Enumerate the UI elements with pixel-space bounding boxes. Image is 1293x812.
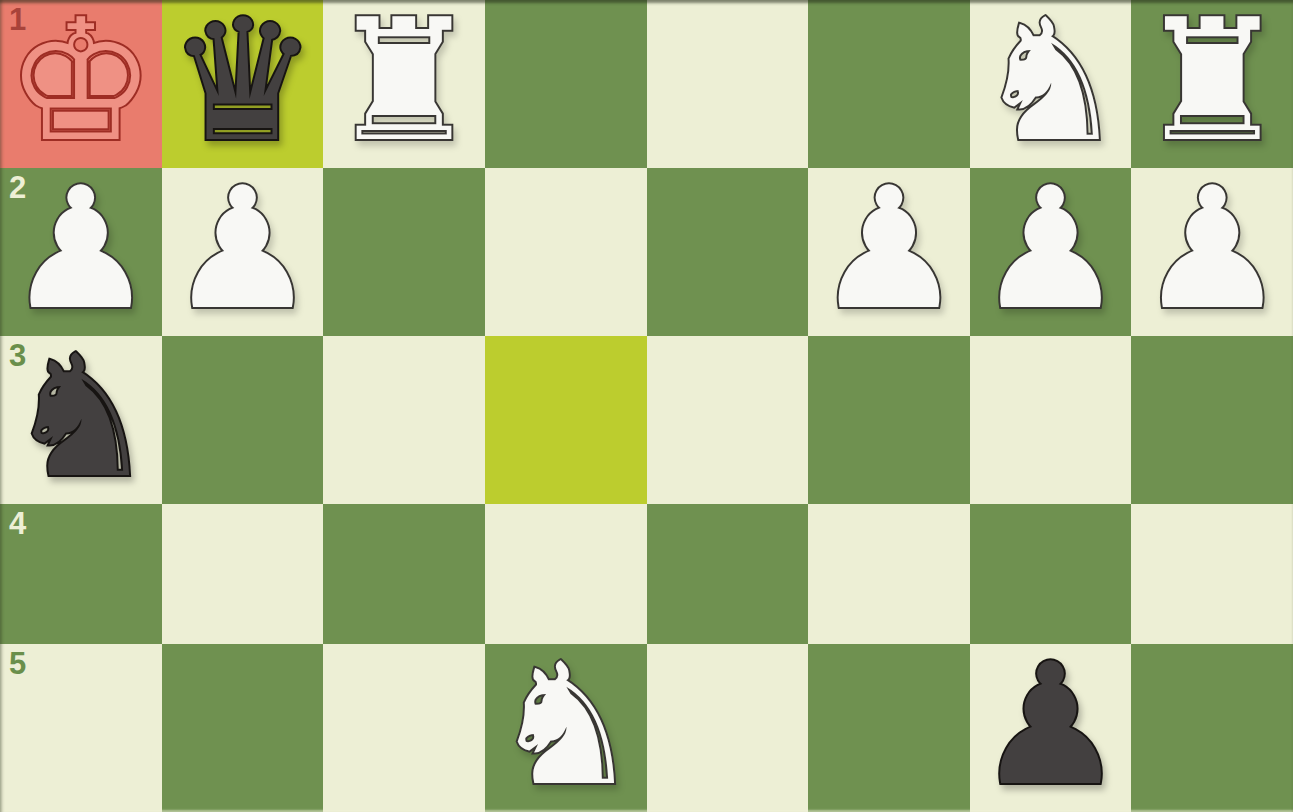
rank-label-5: 5 — [9, 648, 26, 679]
square-c3[interactable] — [808, 336, 970, 504]
white-rook-f1[interactable]: ♜ — [329, 0, 480, 165]
square-h1[interactable]: 1♚ — [0, 0, 162, 168]
white-king-h1[interactable]: ♚ — [6, 0, 157, 165]
white-pawn-g2[interactable]: ♟ — [167, 165, 318, 333]
rank-label-4: 4 — [9, 508, 26, 539]
square-g5[interactable] — [162, 644, 324, 812]
black-knight-h3[interactable]: ♞ — [6, 333, 157, 501]
white-knight-e5[interactable]: ♞ — [490, 641, 641, 809]
white-knight-b1[interactable]: ♞ — [975, 0, 1126, 165]
square-e5[interactable]: ♞ — [485, 644, 647, 812]
white-pawn-c2[interactable]: ♟ — [814, 165, 965, 333]
square-d5[interactable] — [647, 644, 809, 812]
square-h2[interactable]: 2♟ — [0, 168, 162, 336]
square-a3[interactable] — [1131, 336, 1293, 504]
square-h5[interactable]: 5 — [0, 644, 162, 812]
square-c2[interactable]: ♟ — [808, 168, 970, 336]
square-g3[interactable] — [162, 336, 324, 504]
square-h4[interactable]: 4 — [0, 504, 162, 644]
square-f2[interactable] — [323, 168, 485, 336]
square-a5[interactable] — [1131, 644, 1293, 812]
square-a1[interactable]: ♜ — [1131, 0, 1293, 168]
square-f3[interactable] — [323, 336, 485, 504]
square-e4[interactable] — [485, 504, 647, 644]
square-b3[interactable] — [970, 336, 1132, 504]
square-c1[interactable] — [808, 0, 970, 168]
white-pawn-h2[interactable]: ♟ — [6, 165, 157, 333]
square-f5[interactable] — [323, 644, 485, 812]
square-g4[interactable] — [162, 504, 324, 644]
black-pawn-b5[interactable]: ♟ — [975, 641, 1126, 809]
square-d2[interactable] — [647, 168, 809, 336]
square-f4[interactable] — [323, 504, 485, 644]
square-b2[interactable]: ♟ — [970, 168, 1132, 336]
square-a2[interactable]: ♟ — [1131, 168, 1293, 336]
square-e3[interactable] — [485, 336, 647, 504]
square-c5[interactable] — [808, 644, 970, 812]
square-d3[interactable] — [647, 336, 809, 504]
square-a4[interactable] — [1131, 504, 1293, 644]
square-e1[interactable] — [485, 0, 647, 168]
square-d4[interactable] — [647, 504, 809, 644]
square-g1[interactable]: ♛ — [162, 0, 324, 168]
square-b5[interactable]: ♟ — [970, 644, 1132, 812]
white-rook-a1[interactable]: ♜ — [1137, 0, 1288, 165]
square-f1[interactable]: ♜ — [323, 0, 485, 168]
square-b4[interactable] — [970, 504, 1132, 644]
chess-board: 1♚♛♜♞♜2♟♟♟♟♟3♞45♞♟ — [0, 0, 1293, 812]
square-g2[interactable]: ♟ — [162, 168, 324, 336]
square-e2[interactable] — [485, 168, 647, 336]
square-d1[interactable] — [647, 0, 809, 168]
black-queen-g1[interactable]: ♛ — [167, 0, 318, 165]
white-pawn-a2[interactable]: ♟ — [1137, 165, 1288, 333]
square-b1[interactable]: ♞ — [970, 0, 1132, 168]
white-pawn-b2[interactable]: ♟ — [975, 165, 1126, 333]
square-h3[interactable]: 3♞ — [0, 336, 162, 504]
square-c4[interactable] — [808, 504, 970, 644]
